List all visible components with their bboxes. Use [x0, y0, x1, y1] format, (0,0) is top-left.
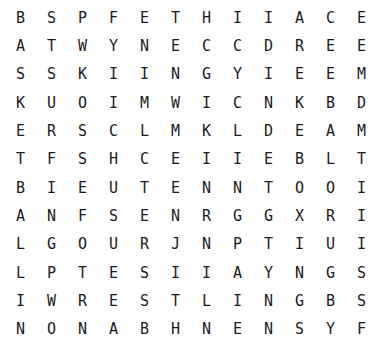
grid-cell[interactable]: G	[284, 287, 315, 315]
grid-cell[interactable]: I	[284, 231, 315, 259]
grid-cell[interactable]: P	[67, 4, 98, 32]
grid-cell[interactable]: N	[129, 32, 160, 60]
grid-cell[interactable]: N	[36, 202, 67, 230]
grid-cell[interactable]: E	[222, 316, 253, 344]
grid-cell[interactable]: T	[346, 146, 377, 174]
grid-cell[interactable]: N	[222, 174, 253, 202]
grid-cell[interactable]: I	[98, 61, 129, 89]
grid-cell[interactable]: S	[346, 259, 377, 287]
grid-cell[interactable]: E	[160, 174, 191, 202]
grid-cell[interactable]: G	[253, 202, 284, 230]
grid-cell[interactable]: Y	[315, 316, 346, 344]
grid-cell[interactable]: I	[160, 259, 191, 287]
grid-cell[interactable]: K	[284, 89, 315, 117]
grid-cell[interactable]: I	[253, 61, 284, 89]
grid-cell[interactable]: N	[160, 202, 191, 230]
grid-cell[interactable]: R	[284, 32, 315, 60]
grid-cell[interactable]: E	[98, 287, 129, 315]
grid-cell[interactable]: I	[346, 202, 377, 230]
grid-cell[interactable]: L	[5, 231, 36, 259]
grid-cell[interactable]: G	[222, 202, 253, 230]
grid-cell[interactable]: I	[98, 89, 129, 117]
grid-cell[interactable]: W	[67, 32, 98, 60]
grid-cell[interactable]: A	[5, 202, 36, 230]
grid-cell[interactable]: E	[284, 117, 315, 145]
grid-cell[interactable]: T	[36, 32, 67, 60]
grid-cell[interactable]: B	[284, 146, 315, 174]
grid-cell[interactable]: F	[346, 316, 377, 344]
grid-cell[interactable]: E	[98, 259, 129, 287]
grid-cell[interactable]: A	[315, 117, 346, 145]
grid-cell[interactable]: R	[129, 231, 160, 259]
grid-cell[interactable]: N	[284, 259, 315, 287]
grid-cell[interactable]: F	[98, 4, 129, 32]
grid-cell[interactable]: R	[67, 287, 98, 315]
grid-cell[interactable]: W	[36, 287, 67, 315]
grid-cell[interactable]: B	[315, 287, 346, 315]
grid-cell[interactable]: K	[67, 61, 98, 89]
grid-cell[interactable]: S	[284, 316, 315, 344]
grid-cell[interactable]: A	[284, 4, 315, 32]
grid-cell[interactable]: L	[5, 259, 36, 287]
grid-cell[interactable]: L	[222, 117, 253, 145]
grid-cell[interactable]: H	[191, 4, 222, 32]
grid-cell[interactable]: O	[36, 316, 67, 344]
grid-cell[interactable]: T	[67, 259, 98, 287]
grid-cell[interactable]: T	[253, 231, 284, 259]
word-search-grid: BSPFETHIIACEATWYNECCDREESSKIINGYIEEMKUOI…	[0, 0, 377, 344]
grid-cell[interactable]: E	[5, 117, 36, 145]
grid-cell[interactable]: S	[129, 287, 160, 315]
grid-cell[interactable]: N	[67, 316, 98, 344]
grid-cell[interactable]: S	[36, 4, 67, 32]
grid-cell[interactable]: I	[191, 146, 222, 174]
grid-cell[interactable]: U	[98, 231, 129, 259]
grid-cell[interactable]: N	[191, 316, 222, 344]
grid-cell[interactable]: L	[191, 287, 222, 315]
grid-cell[interactable]: I	[191, 89, 222, 117]
grid-cell[interactable]: R	[315, 202, 346, 230]
grid-cell[interactable]: S	[129, 259, 160, 287]
grid-cell[interactable]: I	[346, 231, 377, 259]
grid-cell[interactable]: B	[129, 316, 160, 344]
grid-cell[interactable]: S	[67, 117, 98, 145]
grid-cell[interactable]: L	[129, 117, 160, 145]
grid-cell[interactable]: S	[98, 202, 129, 230]
grid-cell[interactable]: E	[315, 61, 346, 89]
grid-cell[interactable]: O	[315, 174, 346, 202]
grid-cell[interactable]: S	[67, 146, 98, 174]
grid-cell[interactable]: Y	[253, 259, 284, 287]
grid-cell[interactable]: N	[191, 174, 222, 202]
grid-cell[interactable]: T	[5, 146, 36, 174]
grid-cell[interactable]: D	[253, 117, 284, 145]
grid-cell[interactable]: G	[191, 61, 222, 89]
grid-cell[interactable]: E	[160, 146, 191, 174]
grid-cell[interactable]: B	[315, 89, 346, 117]
grid-cell[interactable]: O	[67, 231, 98, 259]
grid-cell[interactable]: C	[222, 32, 253, 60]
grid-cell[interactable]: S	[5, 61, 36, 89]
grid-cell[interactable]: B	[5, 174, 36, 202]
grid-cell[interactable]: A	[222, 259, 253, 287]
grid-cell[interactable]: I	[253, 4, 284, 32]
grid-cell[interactable]: Y	[98, 32, 129, 60]
grid-cell[interactable]: E	[346, 4, 377, 32]
grid-cell[interactable]: I	[222, 146, 253, 174]
grid-cell[interactable]: G	[36, 231, 67, 259]
grid-cell[interactable]: N	[253, 287, 284, 315]
grid-cell[interactable]: C	[222, 89, 253, 117]
grid-cell[interactable]: T	[160, 287, 191, 315]
grid-cell[interactable]: N	[253, 89, 284, 117]
grid-cell[interactable]: D	[253, 32, 284, 60]
grid-cell[interactable]: W	[160, 89, 191, 117]
grid-cell[interactable]: C	[98, 117, 129, 145]
grid-cell[interactable]: S	[346, 287, 377, 315]
grid-cell[interactable]: M	[160, 117, 191, 145]
grid-cell[interactable]: I	[191, 259, 222, 287]
grid-cell[interactable]: N	[191, 231, 222, 259]
grid-cell[interactable]: I	[36, 174, 67, 202]
grid-cell[interactable]: U	[98, 174, 129, 202]
grid-cell[interactable]: N	[160, 61, 191, 89]
grid-cell[interactable]: T	[253, 174, 284, 202]
grid-cell[interactable]: I	[222, 4, 253, 32]
grid-cell[interactable]: E	[129, 4, 160, 32]
grid-cell[interactable]: M	[346, 117, 377, 145]
grid-cell[interactable]: M	[346, 61, 377, 89]
grid-cell[interactable]: E	[253, 146, 284, 174]
grid-cell[interactable]: O	[284, 174, 315, 202]
grid-cell[interactable]: R	[191, 202, 222, 230]
grid-cell[interactable]: O	[67, 89, 98, 117]
grid-cell[interactable]: A	[5, 32, 36, 60]
grid-cell[interactable]: R	[36, 117, 67, 145]
grid-cell[interactable]: K	[191, 117, 222, 145]
grid-cell[interactable]: E	[284, 61, 315, 89]
grid-cell[interactable]: F	[36, 146, 67, 174]
grid-cell[interactable]: X	[284, 202, 315, 230]
grid-cell[interactable]: E	[346, 32, 377, 60]
grid-cell[interactable]: P	[222, 231, 253, 259]
grid-cell[interactable]: P	[36, 259, 67, 287]
grid-cell[interactable]: N	[5, 316, 36, 344]
grid-cell[interactable]: C	[129, 146, 160, 174]
grid-cell[interactable]: C	[315, 4, 346, 32]
grid-cell[interactable]: Y	[222, 61, 253, 89]
grid-cell[interactable]: D	[346, 89, 377, 117]
grid-cell[interactable]: I	[222, 287, 253, 315]
grid-cell[interactable]: I	[346, 174, 377, 202]
grid-cell[interactable]: H	[160, 316, 191, 344]
grid-cell[interactable]: U	[36, 89, 67, 117]
grid-cell[interactable]: C	[191, 32, 222, 60]
grid-cell[interactable]: F	[67, 202, 98, 230]
grid-cell[interactable]: G	[315, 259, 346, 287]
grid-cell[interactable]: N	[253, 316, 284, 344]
grid-cell[interactable]: E	[160, 32, 191, 60]
grid-cell[interactable]: L	[315, 146, 346, 174]
grid-cell[interactable]: E	[67, 174, 98, 202]
grid-cell[interactable]: A	[98, 316, 129, 344]
grid-cell[interactable]: K	[5, 89, 36, 117]
grid-cell[interactable]: I	[129, 61, 160, 89]
grid-cell[interactable]: I	[5, 287, 36, 315]
grid-cell[interactable]: J	[160, 231, 191, 259]
grid-cell[interactable]: E	[315, 32, 346, 60]
grid-cell[interactable]: E	[129, 202, 160, 230]
grid-cell[interactable]: T	[160, 4, 191, 32]
grid-cell[interactable]: T	[129, 174, 160, 202]
grid-cell[interactable]: U	[315, 231, 346, 259]
grid-cell[interactable]: S	[36, 61, 67, 89]
grid-cell[interactable]: M	[129, 89, 160, 117]
grid-cell[interactable]: B	[5, 4, 36, 32]
grid-cell[interactable]: H	[98, 146, 129, 174]
